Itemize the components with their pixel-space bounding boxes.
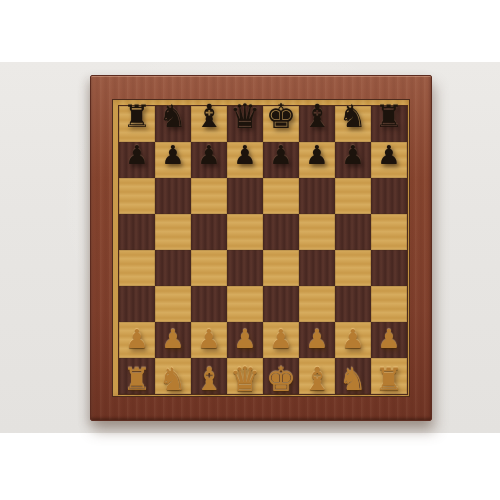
square-d2[interactable]: ♟ [227, 322, 263, 358]
square-b7[interactable]: ♟ [155, 142, 191, 178]
square-e7[interactable]: ♟ [263, 142, 299, 178]
white-bishop: ♝ [303, 363, 332, 395]
square-c2[interactable]: ♟ [191, 322, 227, 358]
black-pawn: ♟ [233, 142, 256, 168]
black-pawn: ♟ [305, 142, 328, 168]
square-b6[interactable] [155, 178, 191, 214]
square-e3[interactable] [263, 286, 299, 322]
white-pawn: ♟ [161, 326, 184, 352]
square-e5[interactable] [263, 214, 299, 250]
square-h4[interactable] [371, 250, 407, 286]
white-bishop: ♝ [195, 363, 224, 395]
black-bishop: ♝ [195, 100, 224, 132]
black-pawn: ♟ [197, 142, 220, 168]
square-g7[interactable]: ♟ [335, 142, 371, 178]
square-a1[interactable]: ♜ [119, 358, 155, 394]
white-knight: ♞ [339, 364, 367, 395]
square-c1[interactable]: ♝ [191, 358, 227, 394]
square-e1[interactable]: ♚ [263, 358, 299, 394]
square-g1[interactable]: ♞ [335, 358, 371, 394]
square-g2[interactable]: ♟ [335, 322, 371, 358]
photo-background: ♜♞♝♛♚♝♞♜♟♟♟♟♟♟♟♟♟♟♟♟♟♟♟♟♜♞♝♛♚♝♞♜ [0, 62, 500, 433]
square-a2[interactable]: ♟ [119, 322, 155, 358]
square-f5[interactable] [299, 214, 335, 250]
white-king: ♚ [266, 362, 296, 396]
white-pawn: ♟ [233, 326, 256, 352]
square-d1[interactable]: ♛ [227, 358, 263, 394]
black-pawn: ♟ [341, 142, 364, 168]
square-d6[interactable] [227, 178, 263, 214]
square-a3[interactable] [119, 286, 155, 322]
square-c8[interactable]: ♝ [191, 106, 227, 142]
square-g6[interactable] [335, 178, 371, 214]
black-rook: ♜ [375, 101, 403, 132]
black-pawn: ♟ [269, 142, 292, 168]
square-g4[interactable] [335, 250, 371, 286]
board-grid: ♜♞♝♛♚♝♞♜♟♟♟♟♟♟♟♟♟♟♟♟♟♟♟♟♜♞♝♛♚♝♞♜ [118, 105, 408, 395]
square-f3[interactable] [299, 286, 335, 322]
black-pawn: ♟ [161, 142, 184, 168]
square-h7[interactable]: ♟ [371, 142, 407, 178]
square-g5[interactable] [335, 214, 371, 250]
square-h3[interactable] [371, 286, 407, 322]
black-pawn: ♟ [125, 142, 148, 168]
square-e2[interactable]: ♟ [263, 322, 299, 358]
square-b2[interactable]: ♟ [155, 322, 191, 358]
square-d7[interactable]: ♟ [227, 142, 263, 178]
square-h5[interactable] [371, 214, 407, 250]
square-d4[interactable] [227, 250, 263, 286]
white-queen: ♛ [230, 362, 260, 396]
black-bishop: ♝ [303, 100, 332, 132]
square-b3[interactable] [155, 286, 191, 322]
square-f7[interactable]: ♟ [299, 142, 335, 178]
black-knight: ♞ [159, 101, 187, 132]
square-a7[interactable]: ♟ [119, 142, 155, 178]
square-d5[interactable] [227, 214, 263, 250]
square-e6[interactable] [263, 178, 299, 214]
black-rook: ♜ [123, 101, 151, 132]
square-h1[interactable]: ♜ [371, 358, 407, 394]
square-e8[interactable]: ♚ [263, 106, 299, 142]
square-h6[interactable] [371, 178, 407, 214]
square-d3[interactable] [227, 286, 263, 322]
square-h2[interactable]: ♟ [371, 322, 407, 358]
white-rook: ♜ [375, 364, 403, 395]
square-a4[interactable] [119, 250, 155, 286]
black-knight: ♞ [339, 101, 367, 132]
white-pawn: ♟ [197, 326, 220, 352]
square-c3[interactable] [191, 286, 227, 322]
white-rook: ♜ [123, 364, 151, 395]
square-c6[interactable] [191, 178, 227, 214]
square-d8[interactable]: ♛ [227, 106, 263, 142]
square-g8[interactable]: ♞ [335, 106, 371, 142]
square-e4[interactable] [263, 250, 299, 286]
square-f4[interactable] [299, 250, 335, 286]
black-pawn: ♟ [377, 142, 400, 168]
square-b5[interactable] [155, 214, 191, 250]
square-a6[interactable] [119, 178, 155, 214]
white-pawn: ♟ [341, 326, 364, 352]
square-a5[interactable] [119, 214, 155, 250]
white-knight: ♞ [159, 364, 187, 395]
white-pawn: ♟ [125, 326, 148, 352]
square-c7[interactable]: ♟ [191, 142, 227, 178]
white-pawn: ♟ [377, 326, 400, 352]
square-f8[interactable]: ♝ [299, 106, 335, 142]
black-king: ♚ [266, 99, 296, 133]
white-pawn: ♟ [269, 326, 292, 352]
white-pawn: ♟ [305, 326, 328, 352]
square-c5[interactable] [191, 214, 227, 250]
board-border: ♜♞♝♛♚♝♞♜♟♟♟♟♟♟♟♟♟♟♟♟♟♟♟♟♜♞♝♛♚♝♞♜ [112, 99, 410, 397]
square-a8[interactable]: ♜ [119, 106, 155, 142]
square-b4[interactable] [155, 250, 191, 286]
square-c4[interactable] [191, 250, 227, 286]
square-f2[interactable]: ♟ [299, 322, 335, 358]
square-b1[interactable]: ♞ [155, 358, 191, 394]
chessboard-frame: ♜♞♝♛♚♝♞♜♟♟♟♟♟♟♟♟♟♟♟♟♟♟♟♟♜♞♝♛♚♝♞♜ [90, 75, 432, 421]
square-b8[interactable]: ♞ [155, 106, 191, 142]
photo-page: ♜♞♝♛♚♝♞♜♟♟♟♟♟♟♟♟♟♟♟♟♟♟♟♟♜♞♝♛♚♝♞♜ [0, 0, 500, 500]
square-g3[interactable] [335, 286, 371, 322]
square-f1[interactable]: ♝ [299, 358, 335, 394]
square-f6[interactable] [299, 178, 335, 214]
black-queen: ♛ [230, 99, 260, 133]
square-h8[interactable]: ♜ [371, 106, 407, 142]
